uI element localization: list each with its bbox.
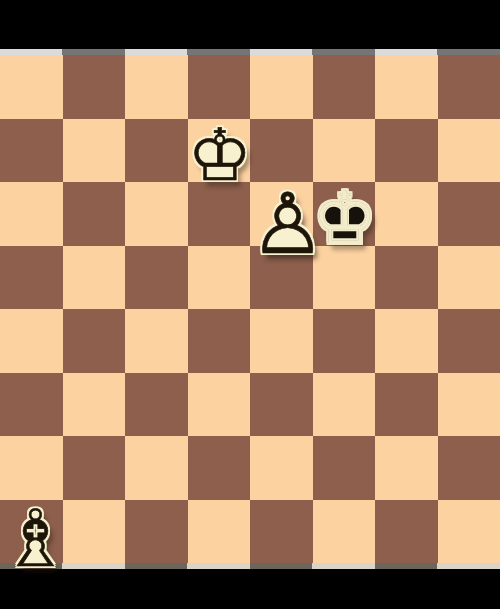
square-e8[interactable] xyxy=(250,55,313,119)
square-g1[interactable] xyxy=(375,500,438,564)
white-king-outline: ♔ xyxy=(188,119,253,191)
square-d2[interactable] xyxy=(188,436,251,500)
square-d7[interactable]: ♚♔ xyxy=(188,119,251,183)
square-a2[interactable] xyxy=(0,436,63,500)
square-c7[interactable] xyxy=(125,119,188,183)
square-g4[interactable] xyxy=(375,309,438,373)
square-f8[interactable] xyxy=(313,55,376,119)
square-d3[interactable] xyxy=(188,373,251,437)
square-g3[interactable] xyxy=(375,373,438,437)
square-e1[interactable] xyxy=(250,500,313,564)
square-c4[interactable] xyxy=(125,309,188,373)
square-h8[interactable] xyxy=(438,55,500,119)
square-c3[interactable] xyxy=(125,373,188,437)
square-h3[interactable] xyxy=(438,373,500,437)
square-h4[interactable] xyxy=(438,309,500,373)
square-a6[interactable] xyxy=(0,182,63,246)
square-h7[interactable] xyxy=(438,119,500,183)
square-f3[interactable] xyxy=(313,373,376,437)
square-a3[interactable] xyxy=(0,373,63,437)
square-h2[interactable] xyxy=(438,436,500,500)
square-f2[interactable] xyxy=(313,436,376,500)
square-a1[interactable]: ♝♗ xyxy=(0,500,63,564)
square-b3[interactable] xyxy=(63,373,126,437)
square-c6[interactable] xyxy=(125,182,188,246)
square-e6[interactable]: ♟♙ xyxy=(250,182,313,246)
square-c2[interactable] xyxy=(125,436,188,500)
square-c1[interactable] xyxy=(125,500,188,564)
square-b7[interactable] xyxy=(63,119,126,183)
square-e7[interactable] xyxy=(250,119,313,183)
square-a5[interactable] xyxy=(0,246,63,310)
square-d4[interactable] xyxy=(188,309,251,373)
page-background: ♚♔♟♙♚♔♝♗ xyxy=(0,0,500,609)
square-b2[interactable] xyxy=(63,436,126,500)
square-g5[interactable] xyxy=(375,246,438,310)
black-king-outline: ♔ xyxy=(313,182,378,254)
black-king[interactable]: ♚♔ xyxy=(313,182,376,246)
square-b6[interactable] xyxy=(63,182,126,246)
square-g7[interactable] xyxy=(375,119,438,183)
white-pawn[interactable]: ♟♙ xyxy=(250,182,313,246)
square-b1[interactable] xyxy=(63,500,126,564)
board-bottom-bevel xyxy=(0,563,500,569)
white-king[interactable]: ♚♔ xyxy=(188,119,251,183)
square-f6[interactable]: ♚♔ xyxy=(313,182,376,246)
square-d8[interactable] xyxy=(188,55,251,119)
board-squares: ♚♔♟♙♚♔♝♗ xyxy=(0,55,500,563)
white-bishop-outline: ♗ xyxy=(0,500,71,579)
square-f7[interactable] xyxy=(313,119,376,183)
square-a8[interactable] xyxy=(0,55,63,119)
square-d1[interactable] xyxy=(188,500,251,564)
square-b8[interactable] xyxy=(63,55,126,119)
square-g8[interactable] xyxy=(375,55,438,119)
white-bishop[interactable]: ♝♗ xyxy=(0,500,63,564)
square-h6[interactable] xyxy=(438,182,500,246)
square-h5[interactable] xyxy=(438,246,500,310)
square-g6[interactable] xyxy=(375,182,438,246)
square-a7[interactable] xyxy=(0,119,63,183)
square-e4[interactable] xyxy=(250,309,313,373)
square-e3[interactable] xyxy=(250,373,313,437)
square-c8[interactable] xyxy=(125,55,188,119)
square-d5[interactable] xyxy=(188,246,251,310)
square-f1[interactable] xyxy=(313,500,376,564)
square-b5[interactable] xyxy=(63,246,126,310)
square-g2[interactable] xyxy=(375,436,438,500)
square-h1[interactable] xyxy=(438,500,500,564)
square-a4[interactable] xyxy=(0,309,63,373)
square-e2[interactable] xyxy=(250,436,313,500)
square-f4[interactable] xyxy=(313,309,376,373)
square-b4[interactable] xyxy=(63,309,126,373)
chess-board: ♚♔♟♙♚♔♝♗ xyxy=(0,49,500,569)
square-c5[interactable] xyxy=(125,246,188,310)
